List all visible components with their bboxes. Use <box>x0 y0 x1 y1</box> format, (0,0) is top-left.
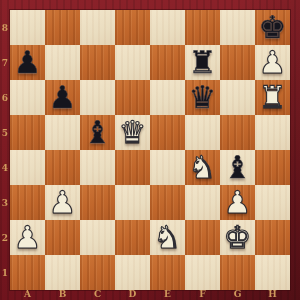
white-queen-piece[interactable]: ♛ <box>119 115 147 150</box>
square-a4[interactable] <box>10 150 45 185</box>
square-g6[interactable] <box>220 80 255 115</box>
square-c5[interactable]: ♝ <box>80 115 115 150</box>
square-g5[interactable] <box>220 115 255 150</box>
square-b3[interactable]: ♟ <box>45 185 80 220</box>
rank-labels: 87654321 <box>0 10 10 290</box>
square-e2[interactable]: ♞ <box>150 220 185 255</box>
square-g2[interactable]: ♚ <box>220 220 255 255</box>
square-b1[interactable] <box>45 255 80 290</box>
white-knight-piece[interactable]: ♞ <box>154 220 182 255</box>
square-f2[interactable] <box>185 220 220 255</box>
square-c7[interactable] <box>80 45 115 80</box>
square-f3[interactable] <box>185 185 220 220</box>
file-label-a: A <box>10 288 45 300</box>
square-b6[interactable]: ♟ <box>45 80 80 115</box>
file-label-e: E <box>150 288 185 300</box>
square-c2[interactable] <box>80 220 115 255</box>
square-f8[interactable] <box>185 10 220 45</box>
square-h6[interactable]: ♜ <box>255 80 290 115</box>
file-label-d: D <box>115 288 150 300</box>
square-a3[interactable] <box>10 185 45 220</box>
square-e3[interactable] <box>150 185 185 220</box>
file-labels: ABCDEFGH <box>10 288 290 300</box>
square-g8[interactable] <box>220 10 255 45</box>
white-pawn-piece[interactable]: ♟ <box>49 185 77 220</box>
chessboard-widget: 87654321 ABCDEFGH ♚♟♜♟♟♛♜♝♛♞♝♟♟♟♞♚ <box>0 0 300 300</box>
square-d5[interactable]: ♛ <box>115 115 150 150</box>
square-c1[interactable] <box>80 255 115 290</box>
square-b4[interactable] <box>45 150 80 185</box>
square-c6[interactable] <box>80 80 115 115</box>
square-a8[interactable] <box>10 10 45 45</box>
rank-label-8: 8 <box>0 10 10 45</box>
square-f6[interactable]: ♛ <box>185 80 220 115</box>
black-pawn-piece[interactable]: ♟ <box>49 80 77 115</box>
square-h2[interactable] <box>255 220 290 255</box>
square-d7[interactable] <box>115 45 150 80</box>
square-f1[interactable] <box>185 255 220 290</box>
black-bishop-piece[interactable]: ♝ <box>84 115 112 150</box>
square-f7[interactable]: ♜ <box>185 45 220 80</box>
rank-label-4: 4 <box>0 150 10 185</box>
rank-label-2: 2 <box>0 220 10 255</box>
rank-label-5: 5 <box>0 115 10 150</box>
file-label-c: C <box>80 288 115 300</box>
file-label-h: H <box>255 288 290 300</box>
square-d2[interactable] <box>115 220 150 255</box>
square-f4[interactable]: ♞ <box>185 150 220 185</box>
rank-label-3: 3 <box>0 185 10 220</box>
square-b8[interactable] <box>45 10 80 45</box>
file-label-f: F <box>185 288 220 300</box>
white-pawn-piece[interactable]: ♟ <box>259 45 287 80</box>
square-g3[interactable]: ♟ <box>220 185 255 220</box>
file-label-b: B <box>45 288 80 300</box>
white-king-piece[interactable]: ♚ <box>224 220 252 255</box>
square-g7[interactable] <box>220 45 255 80</box>
square-d8[interactable] <box>115 10 150 45</box>
square-e1[interactable] <box>150 255 185 290</box>
white-pawn-piece[interactable]: ♟ <box>14 220 42 255</box>
rank-label-6: 6 <box>0 80 10 115</box>
square-d3[interactable] <box>115 185 150 220</box>
square-e7[interactable] <box>150 45 185 80</box>
black-queen-piece[interactable]: ♛ <box>189 80 217 115</box>
square-c4[interactable] <box>80 150 115 185</box>
square-b2[interactable] <box>45 220 80 255</box>
black-bishop-piece[interactable]: ♝ <box>224 150 252 185</box>
square-h7[interactable]: ♟ <box>255 45 290 80</box>
square-h1[interactable] <box>255 255 290 290</box>
square-g4[interactable]: ♝ <box>220 150 255 185</box>
white-rook-piece[interactable]: ♜ <box>259 80 287 115</box>
square-h3[interactable] <box>255 185 290 220</box>
square-c8[interactable] <box>80 10 115 45</box>
square-a5[interactable] <box>10 115 45 150</box>
file-label-g: G <box>220 288 255 300</box>
square-a1[interactable] <box>10 255 45 290</box>
square-a6[interactable] <box>10 80 45 115</box>
square-f5[interactable] <box>185 115 220 150</box>
square-b5[interactable] <box>45 115 80 150</box>
square-h5[interactable] <box>255 115 290 150</box>
chess-board: ♚♟♜♟♟♛♜♝♛♞♝♟♟♟♞♚ <box>10 10 290 290</box>
square-b7[interactable] <box>45 45 80 80</box>
white-knight-piece[interactable]: ♞ <box>189 150 217 185</box>
black-king-piece[interactable]: ♚ <box>259 10 287 45</box>
square-a2[interactable]: ♟ <box>10 220 45 255</box>
square-e8[interactable] <box>150 10 185 45</box>
square-d4[interactable] <box>115 150 150 185</box>
square-e5[interactable] <box>150 115 185 150</box>
square-c3[interactable] <box>80 185 115 220</box>
rank-label-1: 1 <box>0 255 10 290</box>
square-a7[interactable]: ♟ <box>10 45 45 80</box>
square-h4[interactable] <box>255 150 290 185</box>
rank-label-7: 7 <box>0 45 10 80</box>
square-d1[interactable] <box>115 255 150 290</box>
square-e4[interactable] <box>150 150 185 185</box>
square-g1[interactable] <box>220 255 255 290</box>
black-rook-piece[interactable]: ♜ <box>189 45 217 80</box>
black-pawn-piece[interactable]: ♟ <box>14 45 42 80</box>
square-h8[interactable]: ♚ <box>255 10 290 45</box>
white-pawn-piece[interactable]: ♟ <box>224 185 252 220</box>
square-d6[interactable] <box>115 80 150 115</box>
square-e6[interactable] <box>150 80 185 115</box>
